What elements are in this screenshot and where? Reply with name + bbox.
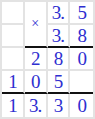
cell-partial2-d1: 1 — [2, 71, 25, 94]
cell-partial2-d3: 5 — [48, 71, 71, 94]
cell-multiplicand-tenths: 5 — [70, 2, 93, 25]
multiply-sign: × — [25, 2, 48, 48]
cell-product-d1: 1 — [2, 94, 25, 117]
cell-product-d2: 3. — [25, 94, 48, 117]
cell-partial1-d3: 0 — [70, 48, 93, 71]
cell-partial2-d2: 0 — [25, 71, 48, 94]
cell-partial1-d1: 2 — [25, 48, 48, 71]
cell-product-d4: 0 — [70, 94, 93, 117]
cell-product-d3: 3 — [48, 94, 71, 117]
cell-multiplicand-tens: 3. — [48, 2, 71, 25]
cell-multiplier-tenths: 8 — [70, 25, 93, 48]
cell-r3c1-empty — [2, 48, 25, 71]
cell-r4c4-empty — [70, 71, 93, 94]
cell-r1c1-empty — [2, 2, 25, 25]
cell-multiplier-ones: 3. — [48, 25, 71, 48]
long-multiplication-grid: × 3. 5 3. 8 2 8 0 1 0 5 1 3. 3 0 — [0, 0, 95, 119]
cell-r2c1-empty — [2, 25, 25, 48]
cell-partial1-d2: 8 — [48, 48, 71, 71]
